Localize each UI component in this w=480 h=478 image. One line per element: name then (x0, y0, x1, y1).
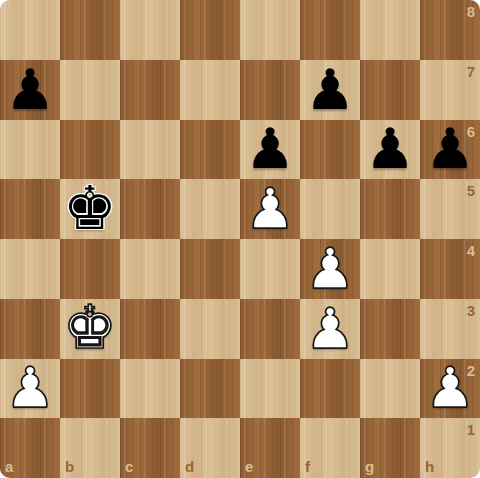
square-c7[interactable] (120, 60, 180, 120)
square-d8[interactable] (180, 0, 240, 60)
square-h7[interactable]: 7 (420, 60, 480, 120)
square-h5[interactable]: 5 (420, 179, 480, 239)
piece-black-king[interactable]: ♚ (63, 178, 117, 238)
file-label-g: g (365, 459, 374, 474)
square-f2[interactable] (300, 359, 360, 419)
rank-label-4: 4 (467, 243, 475, 258)
square-e7[interactable] (240, 60, 300, 120)
square-b2[interactable] (60, 359, 120, 419)
square-e4[interactable] (240, 239, 300, 299)
square-f7[interactable]: ♟ (300, 60, 360, 120)
square-a8[interactable] (0, 0, 60, 60)
file-label-h: h (425, 459, 434, 474)
square-f8[interactable] (300, 0, 360, 60)
square-c2[interactable] (120, 359, 180, 419)
square-c5[interactable] (120, 179, 180, 239)
piece-black-pawn[interactable]: ♟ (425, 121, 475, 177)
square-f3[interactable]: ♟ (300, 299, 360, 359)
square-b1[interactable]: b (60, 418, 120, 478)
rank-label-1: 1 (467, 422, 475, 437)
square-g3[interactable] (360, 299, 420, 359)
square-g7[interactable] (360, 60, 420, 120)
square-a4[interactable] (0, 239, 60, 299)
file-label-f: f (305, 459, 310, 474)
square-c4[interactable] (120, 239, 180, 299)
piece-black-pawn[interactable]: ♟ (365, 121, 415, 177)
square-d4[interactable] (180, 239, 240, 299)
square-h1[interactable]: h1 (420, 418, 480, 478)
square-b3[interactable]: ♚ (60, 299, 120, 359)
square-g4[interactable] (360, 239, 420, 299)
piece-black-pawn[interactable]: ♟ (5, 62, 55, 118)
square-h8[interactable]: 8 (420, 0, 480, 60)
square-c1[interactable]: c (120, 418, 180, 478)
square-c6[interactable] (120, 120, 180, 180)
square-f4[interactable]: ♟ (300, 239, 360, 299)
piece-black-pawn[interactable]: ♟ (245, 121, 295, 177)
rank-label-5: 5 (467, 183, 475, 198)
piece-white-king[interactable]: ♚ (63, 297, 117, 357)
square-d7[interactable] (180, 60, 240, 120)
piece-white-pawn[interactable]: ♟ (305, 301, 355, 357)
square-e6[interactable]: ♟ (240, 120, 300, 180)
square-g8[interactable] (360, 0, 420, 60)
square-c3[interactable] (120, 299, 180, 359)
square-d2[interactable] (180, 359, 240, 419)
square-a7[interactable]: ♟ (0, 60, 60, 120)
square-b8[interactable] (60, 0, 120, 60)
piece-white-pawn[interactable]: ♟ (5, 360, 55, 416)
square-g6[interactable]: ♟ (360, 120, 420, 180)
piece-white-pawn[interactable]: ♟ (245, 181, 295, 237)
square-f5[interactable] (300, 179, 360, 239)
file-label-d: d (185, 459, 194, 474)
piece-black-pawn[interactable]: ♟ (305, 62, 355, 118)
square-e2[interactable] (240, 359, 300, 419)
square-e8[interactable] (240, 0, 300, 60)
piece-white-pawn[interactable]: ♟ (425, 360, 475, 416)
file-label-e: e (245, 459, 253, 474)
file-label-c: c (125, 459, 133, 474)
square-d3[interactable] (180, 299, 240, 359)
square-a3[interactable] (0, 299, 60, 359)
square-h3[interactable]: 3 (420, 299, 480, 359)
square-a6[interactable] (0, 120, 60, 180)
square-c8[interactable] (120, 0, 180, 60)
square-e5[interactable]: ♟ (240, 179, 300, 239)
square-h6[interactable]: ♟6 (420, 120, 480, 180)
piece-white-pawn[interactable]: ♟ (305, 241, 355, 297)
square-d6[interactable] (180, 120, 240, 180)
rank-label-7: 7 (467, 64, 475, 79)
square-a1[interactable]: a (0, 418, 60, 478)
file-label-b: b (65, 459, 74, 474)
square-b7[interactable] (60, 60, 120, 120)
chess-board: 8♟♟7♟♟♟6♚♟5♟4♚♟3♟♟2abcdefgh1 (0, 0, 480, 478)
square-e1[interactable]: e (240, 418, 300, 478)
file-label-a: a (5, 459, 13, 474)
square-d1[interactable]: d (180, 418, 240, 478)
square-b5[interactable]: ♚ (60, 179, 120, 239)
square-d5[interactable] (180, 179, 240, 239)
square-a2[interactable]: ♟ (0, 359, 60, 419)
rank-label-3: 3 (467, 303, 475, 318)
square-e3[interactable] (240, 299, 300, 359)
rank-label-8: 8 (467, 4, 475, 19)
square-a5[interactable] (0, 179, 60, 239)
square-h4[interactable]: 4 (420, 239, 480, 299)
square-b4[interactable] (60, 239, 120, 299)
square-g1[interactable]: g (360, 418, 420, 478)
square-h2[interactable]: ♟2 (420, 359, 480, 419)
square-g2[interactable] (360, 359, 420, 419)
square-f1[interactable]: f (300, 418, 360, 478)
square-g5[interactable] (360, 179, 420, 239)
square-f6[interactable] (300, 120, 360, 180)
square-b6[interactable] (60, 120, 120, 180)
